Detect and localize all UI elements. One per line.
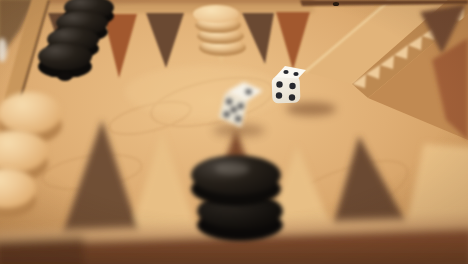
black-checker-foot bbox=[58, 72, 72, 81]
cream-checker[interactable] bbox=[193, 5, 239, 23]
pip bbox=[283, 70, 288, 74]
pip bbox=[276, 81, 282, 87]
pip bbox=[276, 92, 282, 98]
near-rail-left-dark bbox=[0, 236, 84, 264]
cream-checker[interactable] bbox=[0, 168, 36, 220]
pip bbox=[289, 94, 295, 100]
pip bbox=[289, 83, 295, 89]
right-die-top-face bbox=[275, 66, 306, 79]
pip bbox=[293, 72, 298, 76]
left-die[interactable] bbox=[216, 76, 266, 133]
backgammon-board-photo bbox=[0, 0, 468, 264]
right-die-front-face bbox=[272, 76, 301, 104]
black-checker[interactable] bbox=[191, 155, 281, 209]
right-die[interactable] bbox=[269, 63, 309, 105]
speck bbox=[333, 2, 339, 6]
